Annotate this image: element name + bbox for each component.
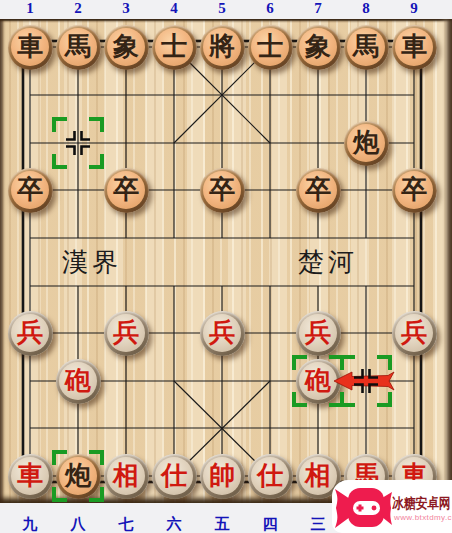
candy-gamepad-logo-icon bbox=[332, 486, 394, 532]
column-label-9: 9 bbox=[390, 0, 438, 17]
file-label-3: 七 bbox=[102, 515, 150, 533]
file-label-6: 四 bbox=[246, 515, 294, 533]
column-label-1: 1 bbox=[6, 0, 54, 17]
watermark-site-name: 冰糖安卓网 bbox=[392, 495, 451, 513]
column-label-2: 2 bbox=[54, 0, 102, 17]
watermark: 冰糖安卓网 www.btxtdmy.com bbox=[332, 480, 452, 533]
column-label-3: 3 bbox=[102, 0, 150, 17]
watermark-url: www.btxtdmy.com bbox=[394, 513, 452, 522]
column-labels-top: 123456789 bbox=[0, 0, 452, 19]
column-label-8: 8 bbox=[342, 0, 390, 17]
file-label-2: 八 bbox=[54, 515, 102, 533]
xiangqi-app: 漢界 楚河 車馬象士將士象馬車炮卒卒卒卒卒炮兵兵兵兵兵砲砲車相仕帥仕相馬車 12… bbox=[0, 0, 452, 533]
file-label-4: 六 bbox=[150, 515, 198, 533]
file-label-1: 九 bbox=[6, 515, 54, 533]
column-label-6: 6 bbox=[246, 0, 294, 17]
file-label-5: 五 bbox=[198, 515, 246, 533]
move-markers bbox=[0, 0, 452, 533]
column-label-4: 4 bbox=[150, 0, 198, 17]
column-label-7: 7 bbox=[294, 0, 342, 17]
column-label-5: 5 bbox=[198, 0, 246, 17]
